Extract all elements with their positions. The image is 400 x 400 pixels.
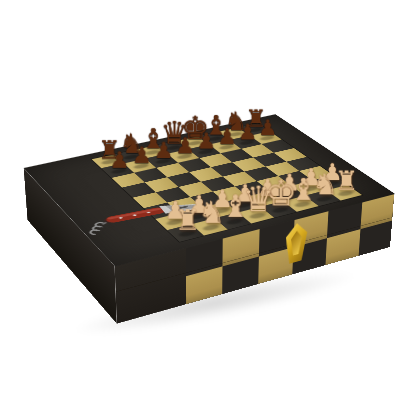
chess-case: ♜♞♝♛♚♝♞♜♟♟♟♟♟♟♟♟♟♟♟♟♟♟♟♟♜♞♝♛♚♝♞♜ bbox=[24, 114, 395, 266]
white-knight[interactable]: ♞ bbox=[198, 198, 225, 228]
black-pawn[interactable]: ♟ bbox=[109, 149, 129, 172]
corkscrew-worm-icon bbox=[85, 222, 109, 235]
black-pawn[interactable]: ♟ bbox=[258, 117, 277, 138]
black-pawn[interactable]: ♟ bbox=[131, 144, 151, 166]
square-a1[interactable]: ♜ bbox=[167, 224, 204, 242]
scene: ♜♞♝♛♚♝♞♜♟♟♟♟♟♟♟♟♟♟♟♟♟♟♟♟♜♞♝♛♚♝♞♜ bbox=[0, 0, 400, 400]
black-pawn[interactable]: ♟ bbox=[175, 135, 195, 157]
white-rook[interactable]: ♜ bbox=[174, 206, 199, 234]
black-pawn[interactable]: ♟ bbox=[237, 122, 256, 144]
square-c5[interactable] bbox=[167, 172, 201, 187]
product-photo: ♜♞♝♛♚♝♞♜♟♟♟♟♟♟♟♟♟♟♟♟♟♟♟♟♜♞♝♛♚♝♞♜ bbox=[0, 0, 400, 400]
black-pawn[interactable]: ♟ bbox=[217, 126, 236, 148]
black-pawn[interactable]: ♟ bbox=[153, 140, 173, 162]
black-pawn[interactable]: ♟ bbox=[196, 130, 216, 152]
